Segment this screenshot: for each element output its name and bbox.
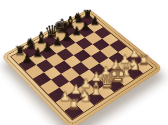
- perspective-scene: ♜♞♝♛♚♝♞♜♟♟♟♟♟♟♟♟♟♟♟♟♟♟♟♟♜♞♝♛♚♝♞♜: [0, 0, 168, 125]
- square-a1[interactable]: ♜: [64, 104, 83, 119]
- board-squares: ♜♞♝♛♚♝♞♜♟♟♟♟♟♟♟♟♟♟♟♟♟♟♟♟♜♞♝♛♚♝♞♜: [10, 14, 153, 120]
- piece-white-rook[interactable]: ♜: [67, 97, 81, 111]
- chess-board: ♜♞♝♛♚♝♞♜♟♟♟♟♟♟♟♟♟♟♟♟♟♟♟♟♜♞♝♛♚♝♞♜: [0, 8, 163, 125]
- chess-set-photo: ♜♞♝♛♚♝♞♜♟♟♟♟♟♟♟♟♟♟♟♟♟♟♟♟♜♞♝♛♚♝♞♜: [0, 0, 168, 125]
- piece-black-pawn[interactable]: ♟: [21, 52, 34, 64]
